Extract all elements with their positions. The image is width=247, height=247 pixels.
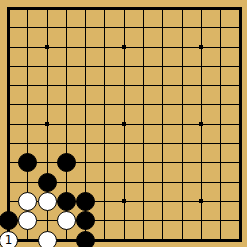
black-stone[interactable] <box>0 211 18 230</box>
white-stone[interactable] <box>57 211 76 230</box>
white-stone[interactable] <box>18 211 37 230</box>
black-stone[interactable] <box>57 153 76 172</box>
black-stone[interactable] <box>76 211 95 230</box>
star-point <box>122 122 126 126</box>
grid-line-horizontal <box>7 220 242 221</box>
star-point <box>199 199 203 203</box>
black-stone[interactable] <box>57 192 76 211</box>
star-point <box>122 199 126 203</box>
white-stone[interactable] <box>18 192 37 211</box>
star-point <box>199 45 203 49</box>
grid-line-vertical <box>182 7 183 242</box>
white-stone[interactable] <box>38 192 57 211</box>
grid-line-vertical <box>220 7 221 242</box>
white-stone[interactable] <box>38 231 57 247</box>
go-board[interactable]: 1 <box>0 0 247 247</box>
grid-line-vertical <box>239 7 242 242</box>
grid-line-vertical <box>162 7 163 242</box>
star-point <box>45 45 49 49</box>
star-point <box>45 122 49 126</box>
grid-line-vertical <box>143 7 144 242</box>
star-point <box>122 45 126 49</box>
grid-line-horizontal <box>7 143 242 144</box>
black-stone[interactable] <box>38 173 57 192</box>
star-point <box>199 122 203 126</box>
black-stone[interactable] <box>76 192 95 211</box>
black-stone[interactable] <box>76 231 95 247</box>
grid-line-horizontal <box>7 162 242 163</box>
white-stone-move-1[interactable]: 1 <box>0 231 18 247</box>
black-stone[interactable] <box>18 153 37 172</box>
